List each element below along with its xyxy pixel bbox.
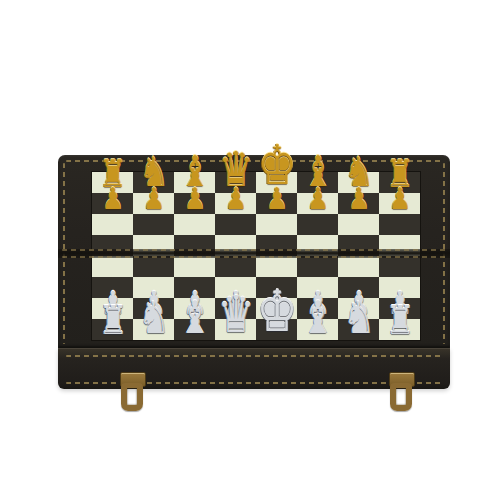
silver-queen[interactable]: ♛ xyxy=(217,289,254,340)
gold-pawn[interactable]: ♟ xyxy=(143,184,165,214)
square-h4 xyxy=(379,256,420,277)
square-a6 xyxy=(92,214,133,235)
gold-pawn[interactable]: ♟ xyxy=(307,184,329,214)
board-fold-seam xyxy=(58,249,450,258)
latch-loop xyxy=(390,383,412,411)
square-a7: ♟ xyxy=(92,193,133,214)
gold-pawn[interactable]: ♟ xyxy=(266,184,288,214)
gold-pawn[interactable]: ♟ xyxy=(225,184,247,214)
silver-bishop[interactable]: ♝ xyxy=(301,295,333,340)
square-c1: ♝ xyxy=(174,319,215,340)
latch-loop xyxy=(121,383,143,411)
silver-bishop[interactable]: ♝ xyxy=(178,295,210,340)
square-c7: ♟ xyxy=(174,193,215,214)
square-g6 xyxy=(338,214,379,235)
square-b6 xyxy=(133,214,174,235)
square-e7: ♟ xyxy=(256,193,297,214)
brass-latch-right[interactable] xyxy=(386,372,416,414)
square-f4 xyxy=(297,256,338,277)
product-photo: ♜♞♝♛♚♝♞♜♟♟♟♟♟♟♟♟♟♟♟♟♟♟♟♟♜♞♝♛♚♝♞♜ xyxy=(0,0,500,500)
square-d1: ♛ xyxy=(215,319,256,340)
square-a4 xyxy=(92,256,133,277)
square-e4 xyxy=(256,256,297,277)
square-f6 xyxy=(297,214,338,235)
square-h7: ♟ xyxy=(379,193,420,214)
gold-pawn[interactable]: ♟ xyxy=(184,184,206,214)
square-g7: ♟ xyxy=(338,193,379,214)
square-c4 xyxy=(174,256,215,277)
square-h6 xyxy=(379,214,420,235)
square-d4 xyxy=(215,256,256,277)
square-f1: ♝ xyxy=(297,319,338,340)
square-d6 xyxy=(215,214,256,235)
silver-knight[interactable]: ♞ xyxy=(343,296,375,340)
square-c6 xyxy=(174,214,215,235)
stitching-front-top xyxy=(66,355,442,357)
gold-pawn[interactable]: ♟ xyxy=(348,184,370,214)
square-g4 xyxy=(338,256,379,277)
square-e6 xyxy=(256,214,297,235)
square-b4 xyxy=(133,256,174,277)
square-f7: ♟ xyxy=(297,193,338,214)
square-h1: ♜ xyxy=(379,319,420,340)
silver-rook[interactable]: ♜ xyxy=(98,300,127,340)
brass-latch-left[interactable] xyxy=(117,372,147,414)
square-a1: ♜ xyxy=(92,319,133,340)
square-g1: ♞ xyxy=(338,319,379,340)
square-b7: ♟ xyxy=(133,193,174,214)
gold-pawn[interactable]: ♟ xyxy=(102,184,124,214)
gold-pawn[interactable]: ♟ xyxy=(389,184,411,214)
square-e1: ♚ xyxy=(256,319,297,340)
silver-knight[interactable]: ♞ xyxy=(138,296,170,340)
square-d7: ♟ xyxy=(215,193,256,214)
silver-king[interactable]: ♚ xyxy=(256,283,297,340)
silver-rook[interactable]: ♜ xyxy=(385,300,414,340)
square-b1: ♞ xyxy=(133,319,174,340)
